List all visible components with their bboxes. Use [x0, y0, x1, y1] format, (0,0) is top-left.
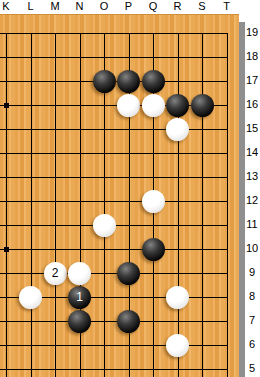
col-label-m: M [45, 0, 66, 13]
grid-line-row-7 [0, 321, 228, 322]
stone-white-n9[interactable] [68, 262, 91, 285]
stone-black-p17[interactable] [117, 70, 140, 93]
go-diagram: KLMNOPQRST 12 1918171615141312111098765 [0, 0, 260, 377]
grid-line-col-M [55, 33, 56, 377]
stone-white-q16[interactable] [142, 94, 165, 117]
col-label-s: S [192, 0, 213, 13]
col-label-n: N [69, 0, 90, 13]
col-label-t: T [216, 0, 237, 13]
stone-black-p7[interactable] [117, 310, 140, 333]
grid-line-row-13 [0, 177, 228, 178]
stone-black-o17[interactable] [93, 70, 116, 93]
grid-line-row-18 [0, 57, 228, 58]
row-label-14: 14 [244, 145, 260, 159]
stone-white-p16[interactable] [117, 94, 140, 117]
stone-black-q10[interactable] [142, 238, 165, 261]
move-number-label: 1 [76, 290, 83, 304]
row-label-10: 10 [244, 241, 260, 255]
row-label-18: 18 [244, 49, 260, 63]
stone-white-m9[interactable]: 2 [44, 262, 67, 285]
row-label-9: 9 [244, 265, 260, 279]
grid-line-col-R [178, 33, 179, 377]
row-label-16: 16 [244, 97, 260, 111]
stone-white-q12[interactable] [142, 190, 165, 213]
go-board[interactable]: 12 [0, 14, 239, 377]
col-label-l: L [20, 0, 41, 13]
row-label-15: 15 [244, 121, 260, 135]
stone-black-n7[interactable] [68, 310, 91, 333]
grid-line-row-14 [0, 153, 228, 154]
row-label-5: 5 [244, 361, 260, 375]
grid-line-row-19 [0, 33, 228, 34]
row-label-7: 7 [244, 313, 260, 327]
star-point-k10 [4, 247, 9, 252]
stone-black-n8[interactable]: 1 [68, 286, 91, 309]
stone-white-r15[interactable] [166, 118, 189, 141]
grid-line-col-K [6, 33, 7, 377]
grid-line-col-L [31, 33, 32, 377]
row-label-19: 19 [244, 25, 260, 39]
col-label-p: P [118, 0, 139, 13]
col-label-q: Q [143, 0, 164, 13]
grid-line-row-6 [0, 345, 228, 346]
row-label-11: 11 [244, 217, 260, 231]
stone-black-q17[interactable] [142, 70, 165, 93]
row-label-8: 8 [244, 289, 260, 303]
row-label-12: 12 [244, 193, 260, 207]
grid-line-col-T [227, 33, 228, 377]
grid-line-row-5 [0, 369, 228, 370]
grid-line-row-15 [0, 129, 228, 130]
col-label-o: O [94, 0, 115, 13]
star-point-k16 [4, 103, 9, 108]
grid-line-col-S [202, 33, 203, 377]
grid-line-row-12 [0, 201, 228, 202]
stone-white-l8[interactable] [19, 286, 42, 309]
stone-white-r8[interactable] [166, 286, 189, 309]
row-label-13: 13 [244, 169, 260, 183]
row-label-17: 17 [244, 73, 260, 87]
col-label-k: K [0, 0, 17, 13]
stone-white-o11[interactable] [93, 214, 116, 237]
row-label-6: 6 [244, 337, 260, 351]
stone-black-p9[interactable] [117, 262, 140, 285]
stone-white-r6[interactable] [166, 334, 189, 357]
col-label-r: R [167, 0, 188, 13]
move-number-label: 2 [52, 266, 59, 280]
grid-line-row-10 [0, 249, 228, 250]
stone-black-r16[interactable] [166, 94, 189, 117]
stone-black-s16[interactable] [191, 94, 214, 117]
grid-line-row-9 [0, 273, 228, 274]
